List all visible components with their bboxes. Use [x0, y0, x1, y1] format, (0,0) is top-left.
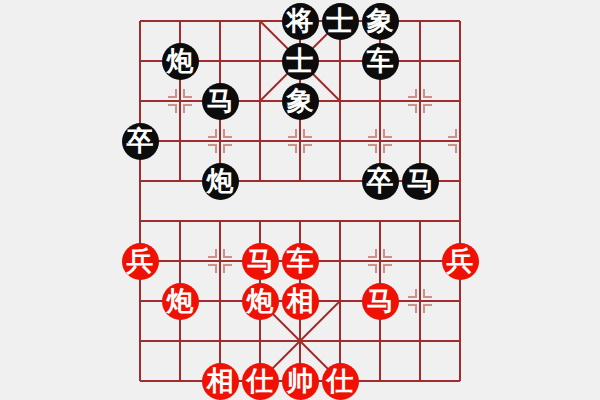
red-advisor[interactable]: 仕 [242, 363, 279, 400]
black-soldier[interactable]: 卒 [122, 123, 159, 160]
black-advisor[interactable]: 士 [282, 43, 319, 80]
black-cannon[interactable]: 炮 [162, 43, 199, 80]
black-elephant[interactable]: 象 [362, 3, 399, 40]
black-horse[interactable]: 马 [402, 163, 439, 200]
red-elephant[interactable]: 相 [282, 283, 319, 320]
black-cannon[interactable]: 炮 [202, 163, 239, 200]
red-horse[interactable]: 马 [362, 283, 399, 320]
black-soldier[interactable]: 卒 [362, 163, 399, 200]
red-cannon[interactable]: 炮 [242, 283, 279, 320]
red-horse[interactable]: 马 [242, 243, 279, 280]
black-elephant[interactable]: 象 [282, 83, 319, 120]
black-chariot[interactable]: 车 [362, 43, 399, 80]
red-soldier[interactable]: 兵 [122, 243, 159, 280]
xiangqi-board: 将士象炮士车马象卒炮卒马兵马车兵炮炮相马相仕帅仕 [0, 0, 600, 400]
black-general[interactable]: 将 [282, 3, 319, 40]
black-advisor[interactable]: 士 [322, 3, 359, 40]
red-advisor[interactable]: 仕 [322, 363, 359, 400]
red-chariot[interactable]: 车 [282, 243, 319, 280]
red-general[interactable]: 帅 [282, 363, 319, 400]
red-elephant[interactable]: 相 [202, 363, 239, 400]
pieces-layer: 将士象炮士车马象卒炮卒马兵马车兵炮炮相马相仕帅仕 [0, 0, 600, 400]
black-horse[interactable]: 马 [202, 83, 239, 120]
red-soldier[interactable]: 兵 [442, 243, 479, 280]
red-cannon[interactable]: 炮 [162, 283, 199, 320]
